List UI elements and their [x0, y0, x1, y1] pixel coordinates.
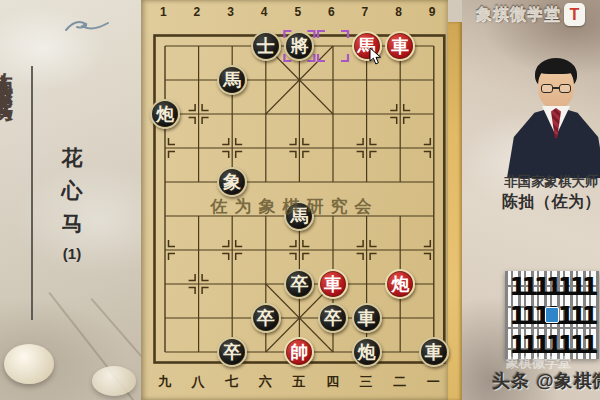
- pieces-layer: 士將馬車馬炮象馬卒車炮卒卒車卒帥炮車: [141, 0, 448, 400]
- presenter-title: 非国家象棋大师: [504, 173, 600, 191]
- bird-icon: [62, 14, 112, 40]
- vertical-divider: [31, 66, 33, 320]
- lesson-title-char: 心: [62, 177, 83, 205]
- series-title-vertical: 佐为杀法大全之金戈铁马: [0, 54, 15, 340]
- piece-black[interactable]: 士: [251, 31, 281, 61]
- piece-red[interactable]: 車: [385, 31, 415, 61]
- xiangqi-board: 123456789 九八七六五四三二一 士將馬車馬炮象馬卒車炮卒卒車卒帥炮車 佐…: [141, 0, 448, 400]
- piece-black[interactable]: 車: [352, 303, 382, 333]
- decorative-piece: [4, 344, 54, 384]
- lesson-title-char: 花: [62, 144, 83, 172]
- piece-red[interactable]: 車: [318, 269, 348, 299]
- presenter-fringe: [537, 62, 575, 74]
- mouse-cursor-icon: [369, 48, 383, 66]
- piece-black[interactable]: 馬: [217, 65, 247, 95]
- right-wall-panel: 象棋微学堂 T 非国家象棋大师 陈拙（佐为） 11111111111111111…: [462, 0, 600, 400]
- board-edge-strip: [448, 22, 462, 400]
- piece-black[interactable]: 卒: [318, 303, 348, 333]
- piece-black[interactable]: 卒: [251, 303, 281, 333]
- piece-black[interactable]: 將: [284, 31, 314, 61]
- qr-code: 111111111111111111111: [505, 271, 599, 359]
- qr-center-icon: [545, 307, 559, 323]
- piece-black[interactable]: 卒: [217, 337, 247, 367]
- piece-black[interactable]: 象: [217, 167, 247, 197]
- lesson-number: (1): [63, 245, 81, 262]
- piece-red[interactable]: 炮: [385, 269, 415, 299]
- byline-watermark: 头条 @象棋微学堂: [492, 369, 600, 393]
- piece-black[interactable]: 車: [419, 337, 449, 367]
- toutiao-logo-icon: T: [564, 3, 585, 26]
- presenter-photo: [506, 58, 600, 178]
- piece-black[interactable]: 卒: [284, 269, 314, 299]
- lesson-title-char: 马: [62, 210, 83, 238]
- decorative-piece: [92, 366, 136, 396]
- qr-digits-row: 1111111: [505, 273, 599, 301]
- video-frame: 佐为杀法大全之金戈铁马 花 心 马 (1) 123456789 九八七六五四三二…: [0, 0, 600, 400]
- piece-black[interactable]: 馬: [284, 201, 314, 231]
- left-wall-panel: 佐为杀法大全之金戈铁马 花 心 马 (1): [0, 0, 141, 400]
- presenter-name: 陈拙（佐为）: [502, 192, 600, 213]
- piece-black[interactable]: 炮: [352, 337, 382, 367]
- glasses-icon: [541, 84, 571, 93]
- channel-logo-bar: 象棋微学堂 T: [476, 3, 585, 26]
- piece-red[interactable]: 帥: [284, 337, 314, 367]
- piece-black[interactable]: 炮: [150, 99, 180, 129]
- channel-logo-text: 象棋微学堂: [476, 4, 561, 25]
- lesson-title: 花 心 马 (1): [52, 144, 92, 262]
